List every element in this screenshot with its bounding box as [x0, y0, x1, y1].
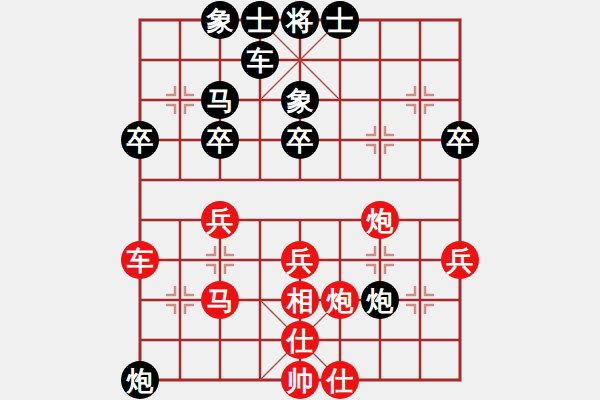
xiangqi-app: 象士将士车马象卒卒卒卒兵炮车兵兵马相炮炮仕炮帅仕 — [0, 0, 600, 400]
piece-black-soldier[interactable]: 卒 — [201, 121, 239, 159]
piece-black-soldier[interactable]: 卒 — [281, 121, 319, 159]
piece-red-advisor[interactable]: 仕 — [281, 321, 319, 359]
piece-black-elephant[interactable]: 象 — [281, 81, 319, 119]
piece-red-cannon[interactable]: 炮 — [321, 281, 359, 319]
piece-red-cannon[interactable]: 炮 — [361, 201, 399, 239]
piece-black-soldier[interactable]: 卒 — [441, 121, 479, 159]
piece-black-cannon[interactable]: 炮 — [121, 361, 159, 399]
piece-black-elephant[interactable]: 象 — [201, 1, 239, 39]
piece-red-advisor[interactable]: 仕 — [321, 361, 359, 399]
piece-black-cannon[interactable]: 炮 — [361, 281, 399, 319]
piece-black-soldier[interactable]: 卒 — [121, 121, 159, 159]
piece-black-horse[interactable]: 马 — [201, 81, 239, 119]
piece-grid: 象士将士车马象卒卒卒卒兵炮车兵兵马相炮炮仕炮帅仕 — [120, 0, 480, 400]
piece-black-advisor[interactable]: 士 — [321, 1, 359, 39]
piece-red-soldier[interactable]: 兵 — [281, 241, 319, 279]
piece-red-soldier[interactable]: 兵 — [441, 241, 479, 279]
piece-red-horse[interactable]: 马 — [201, 281, 239, 319]
piece-red-general[interactable]: 帅 — [281, 361, 319, 399]
piece-red-chariot[interactable]: 车 — [121, 241, 159, 279]
xiangqi-board[interactable]: 象士将士车马象卒卒卒卒兵炮车兵兵马相炮炮仕炮帅仕 — [0, 0, 600, 400]
piece-black-chariot[interactable]: 车 — [241, 41, 279, 79]
piece-red-elephant[interactable]: 相 — [281, 281, 319, 319]
piece-red-soldier[interactable]: 兵 — [201, 201, 239, 239]
piece-black-advisor[interactable]: 士 — [241, 1, 279, 39]
piece-black-general[interactable]: 将 — [281, 1, 319, 39]
